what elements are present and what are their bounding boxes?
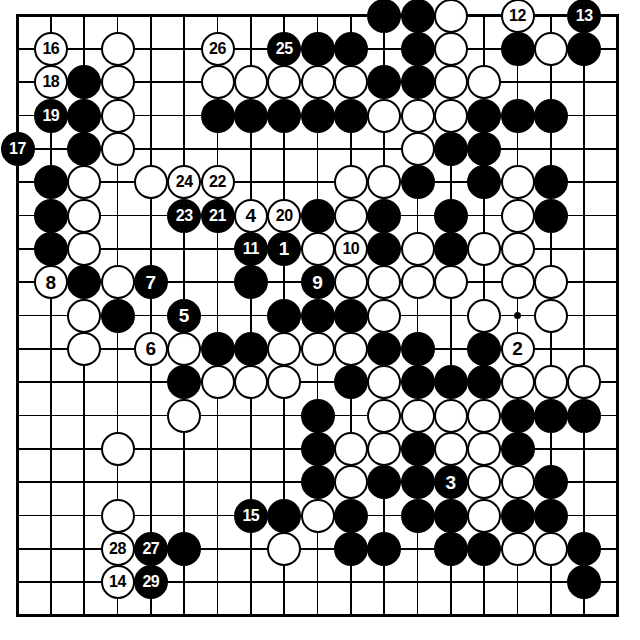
stone-white-move-8: 8 — [34, 265, 68, 299]
stone-black — [467, 365, 501, 399]
stone-white — [467, 432, 501, 466]
move-number: 25 — [276, 41, 293, 57]
stone-black — [467, 99, 501, 133]
stone-black — [401, 32, 435, 66]
move-number: 4 — [246, 206, 257, 225]
stone-white — [401, 399, 435, 433]
stone-white — [434, 32, 468, 66]
stone-white — [434, 432, 468, 466]
stone-black — [34, 232, 68, 266]
stone-black — [401, 332, 435, 366]
stone-white — [134, 165, 168, 199]
stone-black — [434, 532, 468, 566]
stone-white — [301, 499, 335, 533]
stone-black-move-5: 5 — [167, 299, 201, 333]
stone-black — [201, 332, 235, 366]
move-number: 28 — [109, 541, 126, 557]
stone-white — [101, 432, 135, 466]
move-number: 2 — [512, 339, 523, 358]
stone-black-move-9: 9 — [301, 265, 335, 299]
stone-black — [334, 299, 368, 333]
move-number: 22 — [209, 174, 226, 190]
stone-white — [434, 399, 468, 433]
stone-white — [101, 265, 135, 299]
stone-black — [234, 99, 268, 133]
stone-white — [434, 0, 468, 33]
stone-white — [267, 332, 301, 366]
stone-black — [534, 99, 568, 133]
stone-white — [401, 99, 435, 133]
move-number: 3 — [446, 473, 457, 492]
stone-white — [534, 265, 568, 299]
stone-black — [367, 199, 401, 233]
stone-black-move-19: 19 — [34, 99, 68, 133]
stone-black — [167, 532, 201, 566]
stone-black — [301, 465, 335, 499]
stone-black — [401, 465, 435, 499]
stone-black — [567, 532, 601, 566]
stone-black — [267, 299, 301, 333]
stone-white — [367, 165, 401, 199]
stone-black — [301, 199, 335, 233]
stone-white — [534, 365, 568, 399]
stone-black — [567, 399, 601, 433]
stone-black — [367, 232, 401, 266]
stone-black — [434, 232, 468, 266]
stone-black — [101, 299, 135, 333]
move-number: 27 — [142, 541, 159, 557]
stone-white — [67, 232, 101, 266]
stone-black-move-21: 21 — [201, 199, 235, 233]
stone-white — [501, 532, 535, 566]
move-number: 19 — [42, 108, 59, 124]
stone-white — [467, 232, 501, 266]
stone-white — [367, 432, 401, 466]
stone-white — [334, 165, 368, 199]
stone-black-move-11: 11 — [234, 232, 268, 266]
stone-black — [234, 265, 268, 299]
stone-black — [367, 465, 401, 499]
stone-white — [567, 365, 601, 399]
stone-black — [501, 399, 535, 433]
stone-white — [267, 65, 301, 99]
stone-white — [434, 99, 468, 133]
stone-white-move-24: 24 — [167, 165, 201, 199]
stone-black-move-27: 27 — [134, 532, 168, 566]
stone-black-move-7: 7 — [134, 265, 168, 299]
stone-black-move-3: 3 — [434, 465, 468, 499]
stone-white — [234, 365, 268, 399]
stone-white-move-22: 22 — [201, 165, 235, 199]
move-number: 15 — [242, 508, 259, 524]
stone-white-move-18: 18 — [34, 65, 68, 99]
stone-white — [101, 65, 135, 99]
stone-white — [201, 65, 235, 99]
move-number: 8 — [46, 273, 57, 292]
stone-white-move-28: 28 — [101, 532, 135, 566]
diagram-page: 1213162625181917242223214201111087956231… — [0, 0, 640, 640]
stone-white — [301, 332, 335, 366]
stone-white-move-12: 12 — [501, 0, 535, 33]
stone-black-move-17: 17 — [1, 132, 35, 166]
stone-white — [167, 399, 201, 433]
stone-white-move-16: 16 — [34, 32, 68, 66]
stone-white — [334, 65, 368, 99]
stone-white — [401, 132, 435, 166]
move-number: 12 — [509, 8, 526, 24]
stone-white — [334, 265, 368, 299]
stone-black — [34, 165, 68, 199]
stone-white — [367, 365, 401, 399]
stone-black — [367, 332, 401, 366]
stone-black-move-1: 1 — [267, 232, 301, 266]
stone-white — [501, 465, 535, 499]
move-number: 16 — [42, 41, 59, 57]
stone-black-move-13: 13 — [567, 0, 601, 33]
stone-white — [367, 99, 401, 133]
stone-white — [367, 299, 401, 333]
stone-black — [234, 332, 268, 366]
stone-black — [334, 99, 368, 133]
stone-black — [467, 132, 501, 166]
move-number: 26 — [209, 41, 226, 57]
move-number: 18 — [42, 74, 59, 90]
move-number: 14 — [109, 574, 126, 590]
stone-black — [367, 532, 401, 566]
stone-black — [467, 165, 501, 199]
stone-white — [234, 65, 268, 99]
stone-black — [67, 265, 101, 299]
stone-black — [434, 132, 468, 166]
stone-white-move-4: 4 — [234, 199, 268, 233]
stone-white — [201, 365, 235, 399]
stone-white — [534, 299, 568, 333]
stone-white — [367, 265, 401, 299]
stone-black — [367, 0, 401, 33]
stone-black — [267, 99, 301, 133]
stone-white-move-20: 20 — [267, 199, 301, 233]
stone-black — [501, 432, 535, 466]
move-number: 10 — [342, 241, 359, 257]
stone-white — [467, 465, 501, 499]
stone-white — [301, 232, 335, 266]
stone-black — [301, 99, 335, 133]
stone-white — [501, 199, 535, 233]
stone-black — [567, 32, 601, 66]
stone-black — [334, 532, 368, 566]
move-number: 21 — [209, 208, 226, 224]
stone-white — [334, 465, 368, 499]
stone-black — [301, 432, 335, 466]
stone-black — [467, 332, 501, 366]
stone-black — [201, 99, 235, 133]
stone-black — [167, 365, 201, 399]
stone-black — [434, 499, 468, 533]
stone-black — [567, 565, 601, 599]
move-number: 5 — [179, 306, 190, 325]
stone-white — [101, 99, 135, 133]
stone-white — [434, 265, 468, 299]
stone-white — [467, 65, 501, 99]
move-number: 9 — [312, 273, 323, 292]
stone-white — [334, 199, 368, 233]
stone-black — [501, 99, 535, 133]
stone-black-move-15: 15 — [234, 499, 268, 533]
stone-white — [267, 365, 301, 399]
stone-black — [434, 199, 468, 233]
stone-white — [467, 399, 501, 433]
stone-white — [67, 165, 101, 199]
move-number: 23 — [176, 208, 193, 224]
stone-black — [67, 65, 101, 99]
stone-black — [534, 465, 568, 499]
stone-white-move-10: 10 — [334, 232, 368, 266]
stone-black — [534, 499, 568, 533]
stone-white — [467, 299, 501, 333]
stone-white — [101, 132, 135, 166]
stone-black — [501, 32, 535, 66]
stone-black — [334, 365, 368, 399]
stone-black — [534, 199, 568, 233]
stone-white — [267, 532, 301, 566]
stone-white — [67, 199, 101, 233]
stone-white — [334, 432, 368, 466]
stone-white — [534, 532, 568, 566]
move-number: 6 — [146, 339, 157, 358]
move-number: 13 — [576, 8, 593, 24]
stone-white — [401, 265, 435, 299]
move-number: 7 — [146, 273, 157, 292]
stone-white — [101, 32, 135, 66]
stone-black — [334, 499, 368, 533]
stone-white-move-26: 26 — [201, 32, 235, 66]
stone-white-move-14: 14 — [101, 565, 135, 599]
stone-black — [301, 299, 335, 333]
stone-white — [334, 332, 368, 366]
stone-black — [301, 399, 335, 433]
stone-black — [367, 65, 401, 99]
stone-black — [67, 99, 101, 133]
stone-white-move-6: 6 — [134, 332, 168, 366]
stone-black — [401, 165, 435, 199]
move-number: 20 — [276, 208, 293, 224]
go-board: 1213162625181917242223214201111087956231… — [0, 0, 640, 640]
stone-black — [401, 0, 435, 33]
stone-black — [501, 499, 535, 533]
stone-white — [301, 65, 335, 99]
stone-white — [434, 65, 468, 99]
stone-white — [501, 365, 535, 399]
move-number: 17 — [9, 141, 26, 157]
stone-white — [101, 499, 135, 533]
stone-black — [434, 365, 468, 399]
stone-black — [401, 365, 435, 399]
stone-white — [67, 332, 101, 366]
stone-black — [467, 532, 501, 566]
move-number: 24 — [176, 174, 193, 190]
stone-white — [167, 332, 201, 366]
stone-black-move-25: 25 — [267, 32, 301, 66]
stone-black — [267, 499, 301, 533]
stone-white — [501, 165, 535, 199]
stone-black-move-23: 23 — [167, 199, 201, 233]
grid-line-vertical — [616, 14, 620, 618]
grid-line-horizontal — [16, 614, 620, 618]
move-number: 11 — [243, 241, 259, 257]
move-number: 1 — [279, 239, 290, 258]
star-point — [514, 312, 521, 319]
stone-black — [334, 32, 368, 66]
stone-white — [501, 232, 535, 266]
stone-black — [401, 65, 435, 99]
stone-black — [301, 32, 335, 66]
stone-black-move-29: 29 — [134, 565, 168, 599]
grid-line-vertical — [583, 14, 585, 618]
stone-white — [534, 32, 568, 66]
stone-black — [534, 165, 568, 199]
stone-white — [467, 499, 501, 533]
move-number: 29 — [142, 574, 159, 590]
stone-black — [401, 432, 435, 466]
stone-black — [67, 132, 101, 166]
stone-black — [401, 499, 435, 533]
stone-white — [401, 232, 435, 266]
stone-black — [534, 399, 568, 433]
stone-white — [501, 265, 535, 299]
stone-black — [34, 199, 68, 233]
stone-white — [367, 399, 401, 433]
stone-white — [67, 299, 101, 333]
stone-white-move-2: 2 — [501, 332, 535, 366]
